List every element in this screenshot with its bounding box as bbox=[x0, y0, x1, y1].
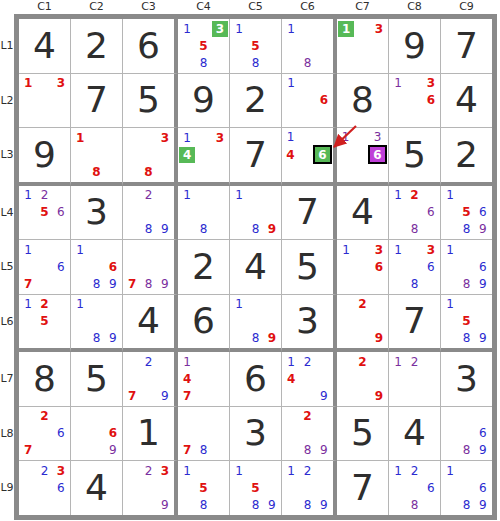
candidate-grid: 18 bbox=[179, 187, 228, 239]
candidate-8[interactable]: 8 bbox=[92, 166, 100, 178]
row-label-L7: L7 bbox=[0, 352, 14, 405]
column-label-C3: C3 bbox=[123, 0, 174, 14]
candidate-pos-5: 5 bbox=[36, 313, 52, 330]
cell-value: 2 bbox=[192, 249, 215, 285]
cell-L3C5[interactable]: 7 bbox=[230, 128, 282, 186]
cell-L5C4[interactable]: 2 bbox=[178, 240, 230, 295]
candidate-8[interactable]: 8 bbox=[304, 57, 312, 69]
cell-value: 5 bbox=[351, 415, 374, 451]
candidate-pos-5: 5 bbox=[458, 204, 474, 221]
cell-L4C7[interactable]: 4 bbox=[337, 186, 389, 241]
cell-value: 1 bbox=[137, 415, 160, 451]
candidate-9[interactable]: 9 bbox=[109, 278, 117, 290]
candidate-6[interactable]: 6 bbox=[479, 482, 487, 494]
candidate-1[interactable]: 1 bbox=[76, 244, 84, 256]
cell-L1C9[interactable]: 7 bbox=[441, 19, 492, 74]
candidate-1[interactable]: 1 bbox=[287, 131, 295, 143]
candidate-9[interactable]: 9 bbox=[268, 499, 276, 511]
cell-L3C4[interactable]: 134 bbox=[178, 128, 230, 186]
candidate-8[interactable]: 8 bbox=[200, 499, 208, 511]
cell-L4C6[interactable]: 7 bbox=[282, 186, 337, 241]
cell-L8C5[interactable]: 3 bbox=[230, 407, 282, 462]
candidate-9[interactable]: 9 bbox=[268, 332, 276, 344]
candidate-9[interactable]: 9 bbox=[161, 390, 169, 402]
candidate-8[interactable]: 8 bbox=[463, 332, 471, 344]
cell-value: 2 bbox=[85, 28, 108, 64]
candidate-8[interactable]: 8 bbox=[463, 278, 471, 290]
candidate-pos-4: 4 bbox=[283, 145, 298, 164]
cell-L9C4[interactable]: 158 bbox=[178, 461, 230, 515]
candidate-1[interactable]: 1 bbox=[235, 23, 243, 35]
candidate-1[interactable]: 1 bbox=[287, 356, 295, 368]
cell-L3C1[interactable]: 9 bbox=[19, 128, 71, 186]
candidate-8[interactable]: 8 bbox=[411, 499, 419, 511]
candidate-8[interactable]: 8 bbox=[463, 499, 471, 511]
candidate-9[interactable]: 9 bbox=[320, 444, 328, 456]
candidate-pos-1: 1 bbox=[20, 75, 36, 92]
cell-L7C1[interactable]: 8 bbox=[19, 352, 71, 407]
candidate-8[interactable]: 8 bbox=[252, 499, 260, 511]
candidate-1[interactable]: 1 bbox=[394, 189, 402, 201]
candidate-8[interactable]: 8 bbox=[200, 57, 208, 69]
cell-L5C5[interactable]: 4 bbox=[230, 240, 282, 295]
cell-L7C3[interactable]: 279 bbox=[123, 352, 178, 407]
cell-L5C7[interactable]: 136 bbox=[337, 240, 389, 295]
candidate-pos-6: 6 bbox=[313, 145, 332, 164]
candidate-6[interactable]: 6 bbox=[57, 482, 65, 494]
cell-L9C7[interactable]: 7 bbox=[337, 461, 389, 515]
cell-L7C9[interactable]: 3 bbox=[441, 352, 492, 407]
candidate-pos-2: 2 bbox=[299, 408, 315, 425]
candidate-pos-2: 2 bbox=[140, 187, 156, 204]
candidate-7[interactable]: 7 bbox=[24, 444, 32, 456]
candidate-pos-8: 8 bbox=[458, 221, 474, 238]
candidate-1[interactable]: 1 bbox=[183, 23, 191, 35]
candidate-2[interactable]: 2 bbox=[411, 356, 419, 368]
candidate-5[interactable]: 5 bbox=[199, 482, 207, 494]
candidate-1[interactable]: 1 bbox=[446, 465, 454, 477]
candidate-8[interactable]: 8 bbox=[144, 166, 152, 178]
candidate-pos-1: 1 bbox=[283, 20, 299, 37]
candidate-grid: 15689 bbox=[442, 187, 491, 239]
candidate-grid: 189 bbox=[231, 187, 280, 239]
candidate-9[interactable]: 9 bbox=[479, 332, 487, 344]
cell-value: 5 bbox=[296, 249, 319, 285]
candidate-8[interactable]: 8 bbox=[200, 223, 208, 235]
candidate-1[interactable]: 1 bbox=[183, 356, 191, 368]
candidate-pos-9: 9 bbox=[105, 442, 121, 459]
candidate-1[interactable]: 1 bbox=[287, 23, 295, 35]
candidate-1[interactable]: 1 bbox=[446, 244, 454, 256]
candidate-3[interactable]: 3 bbox=[216, 132, 224, 144]
candidate-6[interactable]: 6 bbox=[57, 261, 65, 273]
candidate-1[interactable]: 1 bbox=[394, 77, 402, 89]
candidate-grid: 1589 bbox=[231, 462, 280, 514]
candidate-1[interactable]: 1 bbox=[342, 131, 350, 143]
cell-L1C6[interactable]: 18 bbox=[282, 19, 337, 74]
candidate-9[interactable]: 9 bbox=[320, 390, 328, 402]
candidate-pos-8: 8 bbox=[299, 54, 315, 71]
cell-L2C3[interactable]: 5 bbox=[123, 74, 178, 129]
candidate-1[interactable]: 1 bbox=[446, 298, 454, 310]
candidate-9[interactable]: 9 bbox=[161, 223, 169, 235]
cell-L2C1[interactable]: 13 bbox=[19, 74, 71, 129]
candidate-pos-2: 2 bbox=[406, 353, 422, 370]
candidate-7[interactable]: 7 bbox=[24, 278, 32, 290]
cell-L8C8[interactable]: 4 bbox=[389, 407, 441, 462]
candidate-pos-8: 8 bbox=[247, 54, 263, 71]
cell-L6C1[interactable]: 125 bbox=[19, 295, 71, 353]
candidate-3[interactable]: 3 bbox=[161, 132, 169, 144]
candidate-grid: 167 bbox=[20, 241, 69, 293]
candidate-4[interactable]: 4 bbox=[183, 373, 191, 385]
candidate-6[interactable]: 6 bbox=[109, 427, 117, 439]
candidate-1[interactable]: 1 bbox=[183, 189, 191, 201]
candidate-6[interactable]: 6 bbox=[427, 482, 435, 494]
candidate-1[interactable]: 1 bbox=[24, 77, 32, 89]
cell-L8C3[interactable]: 1 bbox=[123, 407, 178, 462]
candidate-2[interactable]: 2 bbox=[410, 189, 418, 201]
candidate-grid: 1689 bbox=[442, 241, 491, 293]
cell-value: 3 bbox=[244, 415, 267, 451]
cell-L4C3[interactable]: 289 bbox=[123, 186, 178, 241]
candidate-8[interactable]: 8 bbox=[411, 223, 419, 235]
cell-L1C7[interactable]: 13 bbox=[337, 19, 389, 74]
cell-L2C8[interactable]: 136 bbox=[389, 74, 441, 129]
candidate-9[interactable]: 9 bbox=[479, 499, 487, 511]
candidate-pos-9: 9 bbox=[475, 496, 491, 513]
candidate-9[interactable]: 9 bbox=[479, 223, 487, 235]
candidate-pos-1: 1 bbox=[338, 20, 354, 37]
cell-L2C5[interactable]: 2 bbox=[230, 74, 282, 129]
candidate-1[interactable]: 1 bbox=[287, 77, 295, 89]
candidate-9[interactable]: 9 bbox=[375, 390, 383, 402]
candidate-pos-9: 9 bbox=[157, 496, 173, 513]
candidate-pos-2: 2 bbox=[36, 187, 52, 204]
row-label-L2: L2 bbox=[0, 74, 14, 127]
candidate-4[interactable]: 4 bbox=[286, 149, 294, 161]
candidate-8[interactable]: 8 bbox=[252, 57, 260, 69]
candidate-8[interactable]: 8 bbox=[304, 499, 312, 511]
cell-L7C7[interactable]: 29 bbox=[337, 352, 389, 407]
candidate-3[interactable]: 3 bbox=[374, 131, 382, 143]
cell-L4C4[interactable]: 18 bbox=[178, 186, 230, 241]
candidate-9[interactable]: 9 bbox=[109, 332, 117, 344]
candidate-1[interactable]: 1 bbox=[287, 465, 295, 477]
candidate-grid: 147 bbox=[179, 353, 228, 405]
cell-L8C6[interactable]: 289 bbox=[282, 407, 337, 462]
cell-L9C8[interactable]: 1268 bbox=[389, 461, 441, 515]
candidate-2[interactable]: 2 bbox=[145, 356, 153, 368]
cell-L1C2[interactable]: 2 bbox=[71, 19, 123, 74]
cell-value: 7 bbox=[296, 194, 319, 230]
candidate-6[interactable]: 6 bbox=[57, 427, 65, 439]
purple-highlighted-candidate-6[interactable]: 6 bbox=[368, 145, 387, 164]
candidate-1[interactable]: 1 bbox=[235, 298, 243, 310]
candidate-4[interactable]: 4 bbox=[287, 373, 295, 385]
candidate-5[interactable]: 5 bbox=[462, 206, 470, 218]
sudoku-board: 4261358158181397137592168136491838134714… bbox=[14, 14, 497, 520]
candidate-6[interactable]: 6 bbox=[479, 261, 487, 273]
candidate-grid: 134 bbox=[179, 129, 228, 181]
cell-L3C7[interactable]: 136 bbox=[337, 128, 389, 186]
candidate-2[interactable]: 2 bbox=[303, 410, 311, 422]
cell-L7C5[interactable]: 6 bbox=[230, 352, 282, 407]
candidate-grid: 146 bbox=[283, 129, 332, 181]
cell-L2C6[interactable]: 16 bbox=[282, 74, 337, 129]
candidate-2[interactable]: 2 bbox=[358, 298, 366, 310]
candidate-8[interactable]: 8 bbox=[200, 444, 208, 456]
cell-L9C1[interactable]: 236 bbox=[19, 461, 71, 515]
cell-L9C9[interactable]: 1689 bbox=[441, 461, 492, 515]
cell-L1C3[interactable]: 6 bbox=[123, 19, 178, 74]
candidate-pos-3: 3 bbox=[371, 241, 387, 258]
cell-L6C2[interactable]: 189 bbox=[71, 295, 123, 353]
cell-value: 4 bbox=[455, 82, 478, 118]
row-label-L6: L6 bbox=[0, 295, 14, 348]
candidate-1[interactable]: 1 bbox=[24, 244, 32, 256]
cell-value: 9 bbox=[33, 137, 56, 173]
candidate-1[interactable]: 1 bbox=[183, 132, 191, 144]
cell-L9C6[interactable]: 1289 bbox=[282, 461, 337, 515]
candidate-2[interactable]: 2 bbox=[40, 410, 48, 422]
candidate-6[interactable]: 6 bbox=[427, 206, 435, 218]
candidate-grid: 1268 bbox=[390, 187, 439, 239]
candidate-8[interactable]: 8 bbox=[145, 223, 153, 235]
cell-L1C8[interactable]: 9 bbox=[389, 19, 441, 74]
candidate-1[interactable]: 1 bbox=[76, 298, 84, 310]
candidate-8[interactable]: 8 bbox=[252, 223, 260, 235]
candidate-9[interactable]: 9 bbox=[161, 499, 169, 511]
candidate-8[interactable]: 8 bbox=[304, 444, 312, 456]
candidate-9[interactable]: 9 bbox=[109, 444, 117, 456]
cell-L5C3[interactable]: 789 bbox=[123, 240, 178, 295]
candidate-9[interactable]: 9 bbox=[479, 444, 487, 456]
cell-L8C2[interactable]: 69 bbox=[71, 407, 123, 462]
candidate-9[interactable]: 9 bbox=[375, 332, 383, 344]
candidate-2[interactable]: 2 bbox=[411, 465, 419, 477]
cell-L3C6[interactable]: 146 bbox=[282, 128, 337, 186]
candidate-2[interactable]: 2 bbox=[145, 465, 153, 477]
candidate-7[interactable]: 7 bbox=[183, 390, 191, 402]
cell-L6C6[interactable]: 3 bbox=[282, 295, 337, 353]
cell-value: 2 bbox=[244, 82, 267, 118]
column-label-C4: C4 bbox=[178, 0, 229, 14]
cell-L3C2[interactable]: 18 bbox=[71, 128, 123, 186]
candidate-3[interactable]: 3 bbox=[375, 23, 383, 35]
cell-L7C2[interactable]: 5 bbox=[71, 352, 123, 407]
candidate-2[interactable]: 2 bbox=[304, 465, 312, 477]
cell-L6C3[interactable]: 4 bbox=[123, 295, 178, 353]
candidate-6[interactable]: 6 bbox=[320, 94, 328, 106]
cell-L6C5[interactable]: 189 bbox=[230, 295, 282, 353]
candidate-1[interactable]: 1 bbox=[235, 189, 243, 201]
candidate-5[interactable]: 5 bbox=[199, 40, 207, 52]
candidate-2[interactable]: 2 bbox=[41, 465, 49, 477]
candidate-5[interactable]: 5 bbox=[40, 206, 48, 218]
candidate-pos-9: 9 bbox=[475, 221, 491, 238]
candidate-pos-9: 9 bbox=[371, 387, 387, 404]
candidate-pos-1: 1 bbox=[283, 462, 299, 479]
cell-L4C5[interactable]: 189 bbox=[230, 186, 282, 241]
candidate-8[interactable]: 8 bbox=[93, 332, 101, 344]
candidate-2[interactable]: 2 bbox=[358, 356, 366, 368]
cell-L5C8[interactable]: 1368 bbox=[389, 240, 441, 295]
green-highlighted-candidate-4[interactable]: 4 bbox=[179, 147, 195, 163]
cell-L2C4[interactable]: 9 bbox=[178, 74, 230, 129]
cell-L6C9[interactable]: 1589 bbox=[441, 295, 492, 353]
candidate-pos-2: 2 bbox=[354, 353, 370, 370]
candidate-grid: 29 bbox=[338, 353, 387, 405]
candidate-6[interactable]: 6 bbox=[57, 206, 65, 218]
cell-L8C1[interactable]: 267 bbox=[19, 407, 71, 462]
cell-L5C6[interactable]: 5 bbox=[282, 240, 337, 295]
candidate-pos-3: 3 bbox=[423, 241, 439, 258]
candidate-8[interactable]: 8 bbox=[411, 278, 419, 290]
candidate-1[interactable]: 1 bbox=[76, 132, 84, 144]
cell-L4C8[interactable]: 1268 bbox=[389, 186, 441, 241]
candidate-6[interactable]: 6 bbox=[375, 261, 383, 273]
cell-L4C2[interactable]: 3 bbox=[71, 186, 123, 241]
candidate-3[interactable]: 3 bbox=[57, 465, 65, 477]
candidate-5[interactable]: 5 bbox=[462, 315, 470, 327]
candidate-3[interactable]: 3 bbox=[427, 77, 435, 89]
candidate-7[interactable]: 7 bbox=[183, 444, 191, 456]
green-highlighted-candidate-1[interactable]: 1 bbox=[338, 21, 354, 37]
cell-L9C3[interactable]: 239 bbox=[123, 461, 178, 515]
candidate-3[interactable]: 3 bbox=[57, 77, 65, 89]
cell-L6C8[interactable]: 7 bbox=[389, 295, 441, 353]
candidate-6[interactable]: 6 bbox=[427, 261, 435, 273]
candidate-3[interactable]: 3 bbox=[427, 244, 435, 256]
candidate-9[interactable]: 9 bbox=[161, 278, 169, 290]
candidate-8[interactable]: 8 bbox=[252, 332, 260, 344]
candidate-3[interactable]: 3 bbox=[375, 244, 383, 256]
cell-L4C1[interactable]: 1256 bbox=[19, 186, 71, 241]
candidate-6[interactable]: 6 bbox=[427, 94, 435, 106]
candidate-grid: 136 bbox=[338, 129, 387, 181]
candidate-6[interactable]: 6 bbox=[479, 206, 487, 218]
cell-L6C7[interactable]: 29 bbox=[337, 295, 389, 353]
candidate-1[interactable]: 1 bbox=[183, 465, 191, 477]
candidate-2[interactable]: 2 bbox=[304, 356, 312, 368]
cell-value: 7 bbox=[351, 470, 374, 506]
candidate-9[interactable]: 9 bbox=[320, 499, 328, 511]
candidate-1[interactable]: 1 bbox=[24, 189, 32, 201]
candidate-grid: 158 bbox=[179, 462, 228, 514]
cell-L1C1[interactable]: 4 bbox=[19, 19, 71, 74]
candidate-pos-1: 1 bbox=[20, 241, 36, 258]
candidate-pos-8: 8 bbox=[458, 330, 474, 347]
cell-value: 6 bbox=[137, 28, 160, 64]
candidate-1[interactable]: 1 bbox=[394, 465, 402, 477]
green-highlighted-candidate-6[interactable]: 6 bbox=[313, 145, 332, 164]
cell-L6C4[interactable]: 6 bbox=[178, 295, 230, 353]
candidate-pos-8: 8 bbox=[88, 330, 104, 347]
candidate-1[interactable]: 1 bbox=[24, 298, 32, 310]
candidate-pos-6: 6 bbox=[316, 92, 332, 109]
cell-L2C9[interactable]: 4 bbox=[441, 74, 492, 129]
cell-L3C3[interactable]: 38 bbox=[123, 128, 178, 186]
candidate-8[interactable]: 8 bbox=[463, 223, 471, 235]
candidate-1[interactable]: 1 bbox=[394, 244, 402, 256]
cell-value: 5 bbox=[403, 137, 426, 173]
candidate-7[interactable]: 7 bbox=[128, 390, 136, 402]
cell-L8C4[interactable]: 78 bbox=[178, 407, 230, 462]
cell-L2C7[interactable]: 8 bbox=[337, 74, 389, 129]
candidate-pos-2: 2 bbox=[36, 408, 52, 425]
candidate-grid: 236 bbox=[20, 462, 69, 514]
cell-value: 8 bbox=[33, 361, 56, 397]
row-label-L8: L8 bbox=[0, 407, 14, 460]
candidate-pos-6: 6 bbox=[53, 204, 69, 221]
candidate-1[interactable]: 1 bbox=[342, 244, 350, 256]
candidate-grid: 158 bbox=[231, 20, 280, 72]
candidate-6[interactable]: 6 bbox=[109, 261, 117, 273]
candidate-pos-5: 5 bbox=[247, 37, 263, 54]
cell-L1C4[interactable]: 1358 bbox=[178, 19, 230, 74]
candidate-2[interactable]: 2 bbox=[40, 298, 48, 310]
candidate-pos-9: 9 bbox=[157, 275, 173, 292]
cell-L7C6[interactable]: 1249 bbox=[282, 352, 337, 407]
candidate-1[interactable]: 1 bbox=[446, 189, 454, 201]
cell-L5C1[interactable]: 167 bbox=[19, 240, 71, 295]
candidate-pos-1: 1 bbox=[20, 187, 36, 204]
cell-L8C9[interactable]: 689 bbox=[441, 407, 492, 462]
cell-L3C8[interactable]: 5 bbox=[389, 128, 441, 186]
candidate-pos-3: 3 bbox=[53, 462, 69, 479]
candidate-5[interactable]: 5 bbox=[251, 40, 259, 52]
cell-L2C2[interactable]: 7 bbox=[71, 74, 123, 129]
candidate-1[interactable]: 1 bbox=[394, 356, 402, 368]
candidate-pos-9: 9 bbox=[264, 221, 280, 238]
candidate-5[interactable]: 5 bbox=[40, 315, 48, 327]
candidate-9[interactable]: 9 bbox=[268, 223, 276, 235]
candidate-pos-6: 6 bbox=[475, 425, 491, 442]
candidate-8[interactable]: 8 bbox=[463, 444, 471, 456]
candidate-pos-3: 3 bbox=[212, 20, 228, 37]
column-label-C9: C9 bbox=[441, 0, 492, 14]
candidate-7[interactable]: 7 bbox=[128, 278, 136, 290]
candidate-8[interactable]: 8 bbox=[145, 278, 153, 290]
cell-L1C5[interactable]: 158 bbox=[230, 19, 282, 74]
candidate-pos-7: 7 bbox=[124, 275, 140, 292]
candidate-9[interactable]: 9 bbox=[479, 278, 487, 290]
candidate-2[interactable]: 2 bbox=[41, 189, 49, 201]
cell-L7C8[interactable]: 12 bbox=[389, 352, 441, 407]
candidate-6[interactable]: 6 bbox=[479, 427, 487, 439]
candidate-8[interactable]: 8 bbox=[93, 278, 101, 290]
candidate-5[interactable]: 5 bbox=[251, 482, 259, 494]
candidate-pos-9: 9 bbox=[475, 330, 491, 347]
candidate-3[interactable]: 3 bbox=[161, 465, 169, 477]
candidate-pos-8: 8 bbox=[88, 163, 104, 180]
cell-L5C9[interactable]: 1689 bbox=[441, 240, 492, 295]
cell-L5C2[interactable]: 1689 bbox=[71, 240, 123, 295]
candidate-1[interactable]: 1 bbox=[235, 465, 243, 477]
cell-L4C9[interactable]: 15689 bbox=[441, 186, 492, 241]
cell-L8C7[interactable]: 5 bbox=[337, 407, 389, 462]
candidate-pos-6: 6 bbox=[423, 92, 439, 109]
candidate-2[interactable]: 2 bbox=[145, 189, 153, 201]
cell-L9C5[interactable]: 1589 bbox=[230, 461, 282, 515]
candidate-grid: 78 bbox=[179, 408, 228, 460]
cell-L3C9[interactable]: 2 bbox=[441, 128, 492, 186]
cell-L9C2[interactable]: 4 bbox=[71, 461, 123, 515]
cell-L7C4[interactable]: 147 bbox=[178, 352, 230, 407]
green-highlighted-candidate-3[interactable]: 3 bbox=[212, 21, 228, 37]
candidate-grid: 12 bbox=[390, 353, 439, 405]
